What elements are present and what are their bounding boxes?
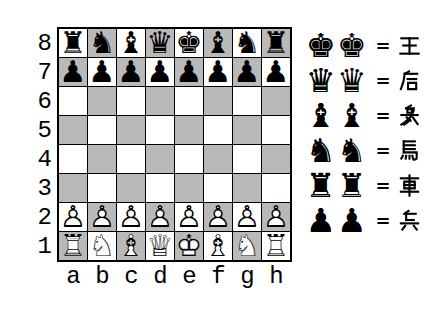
square-b8[interactable]: ♞: [88, 29, 116, 57]
square-e8[interactable]: ♚: [175, 29, 203, 57]
white-bishop: ♝♗: [306, 100, 334, 132]
square-b6[interactable]: [88, 87, 116, 115]
black-pawn: ♟: [204, 58, 232, 86]
black-rook: ♜: [59, 29, 87, 57]
square-e7[interactable]: ♟: [175, 58, 203, 86]
black-pawn: ♟: [262, 58, 290, 86]
file-label-h: h: [262, 264, 291, 290]
black-queen: ♛: [337, 65, 365, 97]
square-f2[interactable]: ♟♙: [204, 203, 232, 231]
black-rook: ♜: [337, 170, 365, 202]
square-d7[interactable]: ♟: [146, 58, 174, 86]
black-pawn: ♟: [146, 58, 174, 86]
file-label-b: b: [88, 264, 117, 290]
rank-label-4: 4: [26, 145, 52, 174]
black-king: ♚: [337, 30, 365, 62]
black-knight: ♞: [337, 135, 365, 167]
white-bishop: ♝♗: [117, 232, 145, 260]
square-c6[interactable]: [117, 87, 145, 115]
equals-sign: =: [371, 175, 395, 196]
white-pawn: ♟♙: [204, 203, 232, 231]
square-h4[interactable]: [262, 145, 290, 173]
legend-row-bing: ♟♙♟=: [306, 203, 436, 238]
equals-sign: =: [371, 35, 395, 56]
white-bishop: ♝♗: [204, 232, 232, 260]
square-e3[interactable]: [175, 174, 203, 202]
square-b7[interactable]: ♟: [88, 58, 116, 86]
square-a8[interactable]: ♜: [59, 29, 87, 57]
white-pawn: ♟♙: [233, 203, 261, 231]
square-c5[interactable]: [117, 116, 145, 144]
white-pawn: ♟♙: [146, 203, 174, 231]
hanzi-wang-glyph: [398, 34, 421, 57]
hanzi-bing-glyph: [398, 209, 421, 232]
legend-row-ma: ♞♘♞=: [306, 133, 436, 168]
square-f1[interactable]: ♝♗: [204, 232, 232, 260]
square-h3[interactable]: [262, 174, 290, 202]
square-f3[interactable]: [204, 174, 232, 202]
white-pawn: ♟♙: [117, 203, 145, 231]
square-a1[interactable]: ♜♖: [59, 232, 87, 260]
square-c1[interactable]: ♝♗: [117, 232, 145, 260]
square-g4[interactable]: [233, 145, 261, 173]
square-b1[interactable]: ♞♘: [88, 232, 116, 260]
square-f4[interactable]: [204, 145, 232, 173]
square-c7[interactable]: ♟: [117, 58, 145, 86]
square-f5[interactable]: [204, 116, 232, 144]
white-king: ♚♔: [175, 232, 203, 260]
chess-board: ♜♞♝♛♚♝♞♜♟♟♟♟♟♟♟♟♟♙♟♙♟♙♟♙♟♙♟♙♟♙♟♙♜♖♞♘♝♗♛♕…: [57, 27, 292, 262]
file-label-a: a: [59, 264, 88, 290]
white-rook: ♜♖: [306, 170, 334, 202]
white-pawn: ♟♙: [88, 203, 116, 231]
square-c4[interactable]: [117, 145, 145, 173]
white-pawn: ♟♙: [306, 205, 334, 237]
white-knight: ♞♘: [88, 232, 116, 260]
square-h2[interactable]: ♟♙: [262, 203, 290, 231]
square-d8[interactable]: ♛: [146, 29, 174, 57]
black-pawn: ♟: [175, 58, 203, 86]
piece-legend: ♚♔♚=♛♕♛=♝♗♝=♞♘♞=♜♖♜=♟♙♟=: [306, 28, 436, 238]
square-h1[interactable]: ♜♖: [262, 232, 290, 260]
file-labels: abcdefgh: [59, 264, 291, 290]
black-pawn: ♟: [59, 58, 87, 86]
equals-sign: =: [371, 105, 395, 126]
square-e2[interactable]: ♟♙: [175, 203, 203, 231]
square-d4[interactable]: [146, 145, 174, 173]
hanzi-che-glyph: [398, 174, 421, 197]
square-c2[interactable]: ♟♙: [117, 203, 145, 231]
black-bishop: ♝: [204, 29, 232, 57]
square-g1[interactable]: ♞♘: [233, 232, 261, 260]
equals-sign: =: [371, 210, 395, 231]
square-h6[interactable]: [262, 87, 290, 115]
square-a4[interactable]: [59, 145, 87, 173]
file-label-c: c: [117, 264, 146, 290]
square-a7[interactable]: ♟: [59, 58, 87, 86]
black-knight: ♞: [233, 29, 261, 57]
legend-row-xiang: ♝♗♝=: [306, 98, 436, 133]
black-bishop: ♝: [117, 29, 145, 57]
square-b2[interactable]: ♟♙: [88, 203, 116, 231]
square-b5[interactable]: [88, 116, 116, 144]
black-pawn: ♟: [337, 205, 365, 237]
square-a5[interactable]: [59, 116, 87, 144]
square-b4[interactable]: [88, 145, 116, 173]
black-bishop: ♝: [337, 100, 365, 132]
square-f6[interactable]: [204, 87, 232, 115]
square-a2[interactable]: ♟♙: [59, 203, 87, 231]
square-e4[interactable]: [175, 145, 203, 173]
equals-sign: =: [371, 70, 395, 91]
white-rook: ♜♖: [59, 232, 87, 260]
black-pawn: ♟: [117, 58, 145, 86]
black-rook: ♜: [262, 29, 290, 57]
square-h5[interactable]: [262, 116, 290, 144]
square-b3[interactable]: [88, 174, 116, 202]
square-d6[interactable]: [146, 87, 174, 115]
square-a6[interactable]: [59, 87, 87, 115]
black-king: ♚: [175, 29, 203, 57]
rank-label-5: 5: [26, 116, 52, 145]
white-king: ♚♔: [306, 30, 334, 62]
square-e1[interactable]: ♚♔: [175, 232, 203, 260]
rank-label-6: 6: [26, 87, 52, 116]
square-a3[interactable]: [59, 174, 87, 202]
white-knight: ♞♘: [233, 232, 261, 260]
square-d3[interactable]: [146, 174, 174, 202]
legend-row-wang: ♚♔♚=: [306, 28, 436, 63]
legend-row-hou: ♛♕♛=: [306, 63, 436, 98]
black-knight: ♞: [88, 29, 116, 57]
square-d5[interactable]: [146, 116, 174, 144]
square-c3[interactable]: [117, 174, 145, 202]
white-rook: ♜♖: [262, 232, 290, 260]
rank-label-8: 8: [26, 29, 52, 58]
square-g7[interactable]: ♟: [233, 58, 261, 86]
white-pawn: ♟♙: [175, 203, 203, 231]
square-g2[interactable]: ♟♙: [233, 203, 261, 231]
file-label-e: e: [175, 264, 204, 290]
square-f7[interactable]: ♟: [204, 58, 232, 86]
square-e6[interactable]: [175, 87, 203, 115]
black-queen: ♛: [146, 29, 174, 57]
legend-row-che: ♜♖♜=: [306, 168, 436, 203]
file-label-d: d: [146, 264, 175, 290]
square-d1[interactable]: ♛♕: [146, 232, 174, 260]
square-d2[interactable]: ♟♙: [146, 203, 174, 231]
square-h7[interactable]: ♟: [262, 58, 290, 86]
equals-sign: =: [371, 140, 395, 161]
file-label-f: f: [204, 264, 233, 290]
square-c8[interactable]: ♝: [117, 29, 145, 57]
square-e5[interactable]: [175, 116, 203, 144]
rank-labels: 87654321: [26, 29, 52, 261]
hanzi-ma-glyph: [398, 139, 421, 162]
rank-label-3: 3: [26, 174, 52, 203]
white-queen: ♛♕: [146, 232, 174, 260]
square-g5[interactable]: [233, 116, 261, 144]
rank-label-1: 1: [26, 232, 52, 261]
rank-label-2: 2: [26, 203, 52, 232]
square-g6[interactable]: [233, 87, 261, 115]
black-pawn: ♟: [233, 58, 261, 86]
hanzi-hou-glyph: [398, 69, 421, 92]
chess-diagram: 87654321 ♜♞♝♛♚♝♞♜♟♟♟♟♟♟♟♟♟♙♟♙♟♙♟♙♟♙♟♙♟♙♟…: [0, 0, 441, 312]
rank-label-7: 7: [26, 58, 52, 87]
white-knight: ♞♘: [306, 135, 334, 167]
square-g3[interactable]: [233, 174, 261, 202]
white-queen: ♛♕: [306, 65, 334, 97]
white-pawn: ♟♙: [59, 203, 87, 231]
square-h8[interactable]: ♜: [262, 29, 290, 57]
square-f8[interactable]: ♝: [204, 29, 232, 57]
white-pawn: ♟♙: [262, 203, 290, 231]
hanzi-xiang-glyph: [398, 104, 421, 127]
black-pawn: ♟: [88, 58, 116, 86]
file-label-g: g: [233, 264, 262, 290]
square-g8[interactable]: ♞: [233, 29, 261, 57]
